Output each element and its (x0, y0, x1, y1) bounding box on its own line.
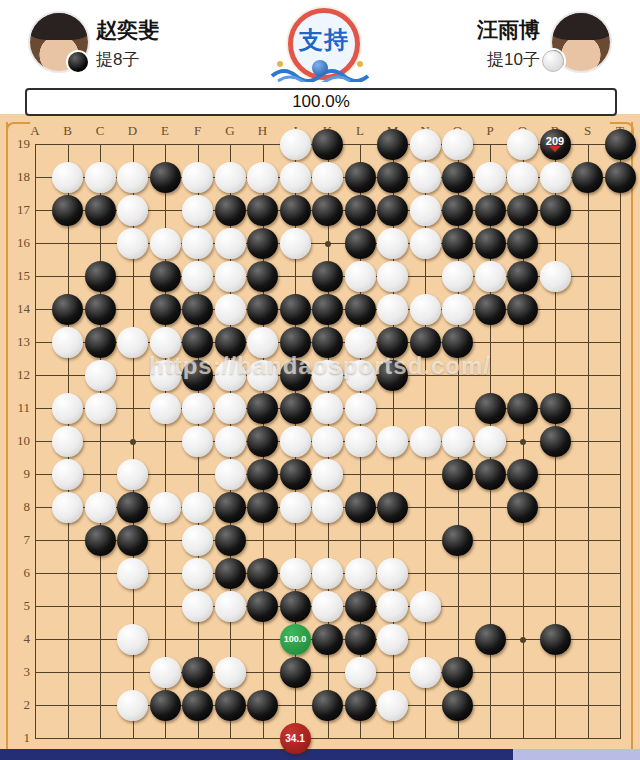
white-stone (280, 162, 311, 193)
white-stone (117, 558, 148, 589)
black-stone (215, 195, 246, 226)
black-stone (475, 195, 506, 226)
white-stone (280, 426, 311, 457)
white-stone (182, 393, 213, 424)
white-stone (215, 657, 246, 688)
white-stone (507, 129, 538, 160)
white-stone (442, 426, 473, 457)
white-stone (280, 558, 311, 589)
avatar-hair (30, 13, 88, 40)
win-rate-bar[interactable]: 100.0% (25, 88, 617, 116)
row-label: 8 (2, 499, 30, 515)
black-stone (507, 261, 538, 292)
badge-ball-icon (312, 60, 328, 76)
white-stone (182, 591, 213, 622)
black-stone (540, 624, 571, 655)
white-stone (280, 492, 311, 523)
column-label: B (58, 123, 78, 139)
white-stone (312, 162, 343, 193)
row-label: 5 (2, 598, 30, 614)
black-stone (85, 195, 116, 226)
black-stone (312, 690, 343, 721)
white-stone (377, 558, 408, 589)
black-stone (280, 591, 311, 622)
white-stone (410, 129, 441, 160)
row-label: 3 (2, 664, 30, 680)
white-stone (442, 294, 473, 325)
avatar-hair (552, 13, 610, 40)
white-stone (117, 459, 148, 490)
black-stone (507, 459, 538, 490)
row-label: 19 (2, 136, 30, 152)
row-label: 4 (2, 631, 30, 647)
white-stone (182, 492, 213, 523)
go-game-screen: { "game": "go (weiqi), 19x19", "header":… (0, 0, 640, 760)
black-stone (312, 624, 343, 655)
grid-line-horizontal (35, 738, 621, 739)
white-stone (345, 426, 376, 457)
white-stone (312, 393, 343, 424)
white-stone (377, 261, 408, 292)
star-point (130, 439, 136, 445)
black-stone (247, 591, 278, 622)
column-label: E (155, 123, 175, 139)
column-label: G (220, 123, 240, 139)
white-stone (410, 657, 441, 688)
white-stone (312, 426, 343, 457)
white-stone (215, 261, 246, 292)
row-label: 2 (2, 697, 30, 713)
white-stone (410, 294, 441, 325)
white-stone (410, 195, 441, 226)
black-stone (540, 195, 571, 226)
black-stone (117, 492, 148, 523)
white-stone (150, 492, 181, 523)
white-stone (85, 162, 116, 193)
black-stone (507, 492, 538, 523)
star-point (325, 241, 331, 247)
white-stone (410, 591, 441, 622)
star-point (520, 637, 526, 643)
white-stone-icon (542, 50, 564, 72)
black-stone (475, 624, 506, 655)
white-stone (345, 657, 376, 688)
watermark: https://bandaosportsd.com/ (70, 352, 570, 380)
black-stone (117, 525, 148, 556)
white-stone (52, 459, 83, 490)
green-winrate-marker: 100.0 (280, 624, 311, 655)
black-stone (247, 426, 278, 457)
star-point (520, 439, 526, 445)
white-stone (312, 459, 343, 490)
white-stone (215, 228, 246, 259)
white-stone (182, 558, 213, 589)
white-stone (85, 492, 116, 523)
black-stone (52, 195, 83, 226)
column-label: S (578, 123, 598, 139)
black-stone (85, 294, 116, 325)
last-move-number-label: 209 (540, 135, 571, 152)
black-stone (475, 294, 506, 325)
row-label: 15 (2, 268, 30, 284)
black-stone (247, 459, 278, 490)
black-stone (475, 393, 506, 424)
row-label: 13 (2, 334, 30, 350)
white-stone (150, 657, 181, 688)
black-stone (85, 525, 116, 556)
white-stone (377, 591, 408, 622)
row-label: 14 (2, 301, 30, 317)
white-stone (117, 228, 148, 259)
black-stone (507, 195, 538, 226)
column-label: L (350, 123, 370, 139)
column-label: F (188, 123, 208, 139)
black-stone (345, 162, 376, 193)
white-stone (540, 162, 571, 193)
red-winrate-marker: 34.1 (280, 723, 311, 754)
white-stone (182, 228, 213, 259)
row-label: 7 (2, 532, 30, 548)
white-stone (215, 294, 246, 325)
red-wedge-icon (549, 146, 561, 152)
black-stone (442, 690, 473, 721)
black-stone (280, 195, 311, 226)
row-label: 12 (2, 367, 30, 383)
black-stone (215, 558, 246, 589)
white-stone (215, 459, 246, 490)
row-label: 1 (2, 730, 30, 746)
white-stone (215, 162, 246, 193)
right-player-name: 汪雨博 (380, 16, 540, 44)
black-stone (442, 657, 473, 688)
white-stone (475, 162, 506, 193)
black-stone (345, 195, 376, 226)
white-stone (345, 261, 376, 292)
white-stone (312, 591, 343, 622)
white-stone (215, 591, 246, 622)
column-label: C (90, 123, 110, 139)
row-label: 17 (2, 202, 30, 218)
white-stone (410, 162, 441, 193)
win-rate-value: 100.0% (292, 92, 350, 112)
white-stone (442, 129, 473, 160)
row-label: 9 (2, 466, 30, 482)
black-stone (377, 195, 408, 226)
white-stone (377, 690, 408, 721)
black-stone (247, 690, 278, 721)
white-stone (215, 393, 246, 424)
row-label: 18 (2, 169, 30, 185)
white-stone (410, 426, 441, 457)
white-stone (52, 162, 83, 193)
black-stone (605, 162, 636, 193)
black-stone (345, 690, 376, 721)
white-stone (117, 195, 148, 226)
black-stone (150, 294, 181, 325)
black-stone (247, 294, 278, 325)
black-stone (377, 129, 408, 160)
white-stone (117, 624, 148, 655)
row-label: 16 (2, 235, 30, 251)
black-stone (507, 294, 538, 325)
grid-line-vertical (588, 144, 589, 739)
black-stone (85, 261, 116, 292)
black-stone (345, 492, 376, 523)
white-stone (117, 162, 148, 193)
black-stone (377, 492, 408, 523)
white-stone (475, 261, 506, 292)
black-stone (182, 294, 213, 325)
black-stone (215, 525, 246, 556)
black-stone (182, 690, 213, 721)
black-stone (345, 591, 376, 622)
white-stone (150, 228, 181, 259)
white-stone (280, 129, 311, 160)
black-stone (280, 393, 311, 424)
black-stone (442, 525, 473, 556)
bottom-bar-navy (0, 749, 513, 760)
black-stone (312, 294, 343, 325)
black-stone (540, 393, 571, 424)
white-stone (377, 294, 408, 325)
column-label: H (253, 123, 273, 139)
black-stone (475, 228, 506, 259)
white-stone (540, 261, 571, 292)
black-stone (507, 228, 538, 259)
black-stone (605, 129, 636, 160)
grid-line-vertical (620, 144, 621, 739)
black-stone (150, 162, 181, 193)
row-label: 6 (2, 565, 30, 581)
black-stone (247, 558, 278, 589)
black-stone (377, 162, 408, 193)
grid-line-horizontal (35, 672, 621, 673)
white-stone (182, 261, 213, 292)
white-stone (52, 426, 83, 457)
black-stone (345, 294, 376, 325)
right-player-captures: 提10子 (380, 48, 540, 71)
white-stone (312, 558, 343, 589)
black-stone (540, 426, 571, 457)
black-stone (247, 393, 278, 424)
black-stone (247, 195, 278, 226)
white-stone (247, 162, 278, 193)
black-stone (442, 459, 473, 490)
white-stone (410, 228, 441, 259)
black-stone-icon (68, 52, 88, 72)
header: 赵奕斐 提8子 汪雨博 提10子 支持 (0, 0, 640, 88)
white-stone (52, 492, 83, 523)
black-stone (150, 690, 181, 721)
left-player-captures: 提8子 (96, 48, 139, 71)
black-stone (312, 129, 343, 160)
white-stone (215, 426, 246, 457)
black-stone (215, 492, 246, 523)
black-stone (182, 657, 213, 688)
black-stone (150, 261, 181, 292)
black-stone (247, 228, 278, 259)
black-stone (247, 492, 278, 523)
white-stone (345, 558, 376, 589)
black-stone (312, 261, 343, 292)
black-stone (442, 162, 473, 193)
white-stone (182, 195, 213, 226)
column-label: D (123, 123, 143, 139)
black-stone (345, 228, 376, 259)
black-stone (572, 162, 603, 193)
frame-right (631, 122, 633, 750)
bottom-bar-lavender (513, 749, 640, 760)
white-stone (507, 162, 538, 193)
black-stone (475, 459, 506, 490)
black-stone (280, 294, 311, 325)
white-stone (377, 624, 408, 655)
white-stone (377, 228, 408, 259)
black-stone (442, 195, 473, 226)
support-badge-label: 支持 (288, 24, 360, 56)
column-label: P (480, 123, 500, 139)
white-stone (377, 426, 408, 457)
white-stone (280, 228, 311, 259)
black-stone (215, 690, 246, 721)
white-stone (442, 261, 473, 292)
black-stone (280, 657, 311, 688)
white-stone (150, 393, 181, 424)
black-stone (312, 195, 343, 226)
white-stone (52, 393, 83, 424)
row-label: 11 (2, 400, 30, 416)
white-stone (182, 162, 213, 193)
left-player-name: 赵奕斐 (96, 16, 159, 44)
white-stone (117, 690, 148, 721)
black-stone (507, 393, 538, 424)
white-stone (182, 426, 213, 457)
white-stone (85, 393, 116, 424)
black-stone (247, 261, 278, 292)
white-stone (475, 426, 506, 457)
white-stone (182, 525, 213, 556)
black-stone (280, 459, 311, 490)
white-stone (312, 492, 343, 523)
black-stone (52, 294, 83, 325)
black-stone (345, 624, 376, 655)
white-stone (345, 393, 376, 424)
row-label: 10 (2, 433, 30, 449)
black-stone (442, 228, 473, 259)
